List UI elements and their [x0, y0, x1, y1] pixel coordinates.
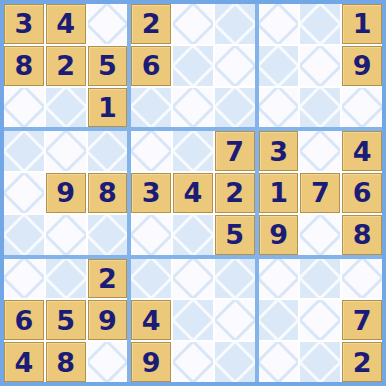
cell-r6c7: 9	[259, 215, 299, 255]
cell-r5c1[interactable]	[4, 173, 44, 213]
cell-r1c3[interactable]	[88, 4, 128, 44]
box-r2c2: 73425	[131, 131, 254, 254]
cell-r5c2: 9	[46, 173, 86, 213]
cell-r4c7: 3	[259, 131, 299, 171]
cell-r1c4: 2	[131, 4, 171, 44]
cell-r3c4[interactable]	[131, 88, 171, 128]
cell-r2c3: 5	[88, 46, 128, 86]
cell-r8c8[interactable]	[300, 300, 340, 340]
cell-r6c5[interactable]	[173, 215, 213, 255]
cell-r6c2[interactable]	[46, 215, 86, 255]
cell-r1c5[interactable]	[173, 4, 213, 44]
cell-r9c2: 8	[46, 342, 86, 382]
cell-r3c2[interactable]	[46, 88, 86, 128]
cell-r9c1: 4	[4, 342, 44, 382]
cell-r4c9: 4	[342, 131, 382, 171]
cell-r2c6[interactable]	[215, 46, 255, 86]
cell-r4c2[interactable]	[46, 131, 86, 171]
cell-r2c1: 8	[4, 46, 44, 86]
box-r3c3: 72	[259, 259, 382, 382]
cell-r8c2: 5	[46, 300, 86, 340]
cell-r5c7: 1	[259, 173, 299, 213]
cell-r5c8: 7	[300, 173, 340, 213]
box-r2c1: 98	[4, 131, 127, 254]
cell-r6c8[interactable]	[300, 215, 340, 255]
cell-r7c1[interactable]	[4, 259, 44, 299]
cell-r2c7[interactable]	[259, 46, 299, 86]
cell-r8c4: 4	[131, 300, 171, 340]
cell-r2c5[interactable]	[173, 46, 213, 86]
cell-r5c5: 4	[173, 173, 213, 213]
cell-r7c3: 2	[88, 259, 128, 299]
cell-r9c6[interactable]	[215, 342, 255, 382]
cell-r6c1[interactable]	[4, 215, 44, 255]
cell-r8c1: 6	[4, 300, 44, 340]
cell-r1c8[interactable]	[300, 4, 340, 44]
cell-r3c1[interactable]	[4, 88, 44, 128]
cell-r9c9: 2	[342, 342, 382, 382]
cell-r9c5[interactable]	[173, 342, 213, 382]
cell-r1c9: 1	[342, 4, 382, 44]
cell-r8c3: 9	[88, 300, 128, 340]
cell-r6c3[interactable]	[88, 215, 128, 255]
cell-r4c8[interactable]	[300, 131, 340, 171]
cell-r4c6: 7	[215, 131, 255, 171]
box-r3c2: 49	[131, 259, 254, 382]
cell-r3c9[interactable]	[342, 88, 382, 128]
sudoku-board: 3482512619987342534176982659484972	[0, 0, 386, 386]
cell-r7c7[interactable]	[259, 259, 299, 299]
cell-r2c9: 9	[342, 46, 382, 86]
cell-r6c9: 8	[342, 215, 382, 255]
cell-r1c7[interactable]	[259, 4, 299, 44]
cell-r6c6: 5	[215, 215, 255, 255]
cell-r7c4[interactable]	[131, 259, 171, 299]
cell-r4c1[interactable]	[4, 131, 44, 171]
cell-r7c8[interactable]	[300, 259, 340, 299]
cell-r3c7[interactable]	[259, 88, 299, 128]
cell-r8c5[interactable]	[173, 300, 213, 340]
cell-r7c6[interactable]	[215, 259, 255, 299]
box-r2c3: 3417698	[259, 131, 382, 254]
cell-r8c9: 7	[342, 300, 382, 340]
cell-r9c4: 9	[131, 342, 171, 382]
cell-r7c5[interactable]	[173, 259, 213, 299]
cell-r2c8[interactable]	[300, 46, 340, 86]
cell-r1c1: 3	[4, 4, 44, 44]
cell-r5c3: 8	[88, 173, 128, 213]
cell-r8c6[interactable]	[215, 300, 255, 340]
cell-r2c2: 2	[46, 46, 86, 86]
cell-r3c3: 1	[88, 88, 128, 128]
cell-r9c8[interactable]	[300, 342, 340, 382]
cell-r8c7[interactable]	[259, 300, 299, 340]
cell-r9c3[interactable]	[88, 342, 128, 382]
box-r1c1: 348251	[4, 4, 127, 127]
cell-r3c5[interactable]	[173, 88, 213, 128]
cell-r6c4[interactable]	[131, 215, 171, 255]
cell-r1c6[interactable]	[215, 4, 255, 44]
box-r3c1: 265948	[4, 259, 127, 382]
cell-r9c7[interactable]	[259, 342, 299, 382]
cell-r5c9: 6	[342, 173, 382, 213]
cell-r4c4[interactable]	[131, 131, 171, 171]
box-r1c3: 19	[259, 4, 382, 127]
cell-r3c8[interactable]	[300, 88, 340, 128]
cell-r3c6[interactable]	[215, 88, 255, 128]
cell-r1c2: 4	[46, 4, 86, 44]
cell-r5c6: 2	[215, 173, 255, 213]
cell-r7c2[interactable]	[46, 259, 86, 299]
cell-r2c4: 6	[131, 46, 171, 86]
cell-r4c3[interactable]	[88, 131, 128, 171]
box-r1c2: 26	[131, 4, 254, 127]
cell-r7c9[interactable]	[342, 259, 382, 299]
cell-r4c5[interactable]	[173, 131, 213, 171]
cell-r5c4: 3	[131, 173, 171, 213]
